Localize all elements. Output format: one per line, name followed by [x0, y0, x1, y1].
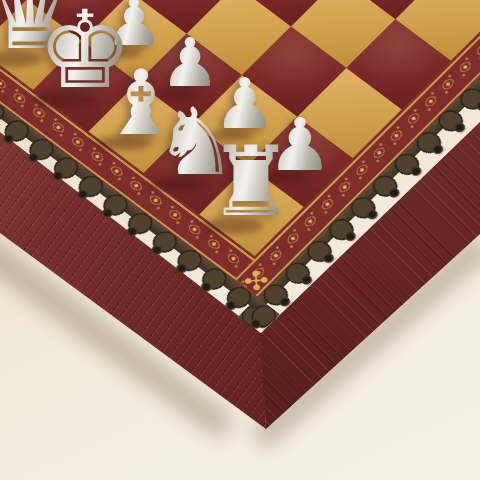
piece-white-rook-h1[interactable]: ♜ [208, 136, 295, 228]
scene: ✣ ♜♞♝♚♛♟♟♟♟ [0, 0, 480, 480]
